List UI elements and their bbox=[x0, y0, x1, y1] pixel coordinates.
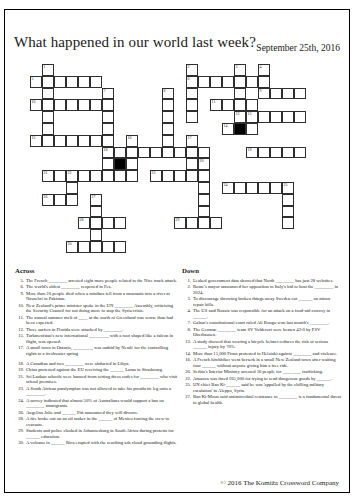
down-clue-1: 1.Leaked government data showed that Nor… bbox=[182, 278, 341, 283]
grid-cell[interactable] bbox=[282, 111, 294, 123]
grid-cell[interactable]: 11 bbox=[210, 99, 222, 111]
grid-cell[interactable]: 7 bbox=[102, 88, 114, 100]
down-clue-8: 8.The German ________ team SV Volderort … bbox=[182, 327, 341, 338]
grid-cell[interactable]: 29 bbox=[174, 217, 186, 229]
grid-cell[interactable]: 8 bbox=[162, 88, 174, 100]
down-heading: Down bbox=[182, 267, 341, 275]
across-clue-19: 19.China protested against the EU receiv… bbox=[15, 367, 179, 372]
grid-cell[interactable] bbox=[78, 99, 90, 111]
clue-text: Sri Lankan schools were banned from sett… bbox=[26, 374, 179, 385]
grid-cell[interactable] bbox=[222, 99, 234, 111]
grid-cell[interactable] bbox=[54, 76, 66, 88]
clue-text: Three surfers in Florida were attacked b… bbox=[26, 327, 179, 332]
clue-text: Students and police clashed in Johannesb… bbox=[26, 428, 179, 439]
grid-cell[interactable]: 24 bbox=[222, 182, 234, 194]
clue-number: 9. bbox=[15, 291, 24, 302]
grid-cell[interactable] bbox=[234, 99, 246, 111]
clue-number: 15. bbox=[15, 333, 24, 344]
clue-text: Angelina Jolie and ______ Pitt announced… bbox=[26, 410, 179, 415]
grid-cell[interactable] bbox=[90, 217, 102, 229]
across-clue-12: 12.Three surfers in Florida were attacke… bbox=[15, 327, 179, 332]
cell-number: 1 bbox=[44, 65, 46, 69]
grid-cell[interactable] bbox=[246, 182, 258, 194]
grid-cell[interactable] bbox=[126, 158, 138, 170]
clue-text: Rome's mayor announced her opposition to… bbox=[193, 284, 341, 295]
grid-cell[interactable] bbox=[126, 147, 138, 159]
grid-cell[interactable] bbox=[78, 241, 90, 253]
clue-number: 20. bbox=[182, 369, 191, 374]
down-clue-25: 25.UN chief Ban Ki-______ said he was 'a… bbox=[182, 382, 341, 393]
cell-number: 16 bbox=[128, 136, 132, 140]
grid-cell[interactable] bbox=[246, 99, 258, 111]
cell-number: 25 bbox=[284, 183, 288, 187]
down-clue-14: 14.More than 15,000 Finns protested in H… bbox=[182, 351, 341, 356]
grid-cell[interactable]: 28 bbox=[78, 217, 90, 229]
down-clue-13: 13.A study showed that wearing a bicycle… bbox=[182, 339, 341, 350]
grid-cell[interactable]: 6 bbox=[186, 76, 198, 88]
down-clue-list: 1.Leaked government data showed that Nor… bbox=[182, 278, 341, 405]
grid-cell[interactable] bbox=[162, 170, 174, 182]
grid-cell[interactable] bbox=[102, 170, 114, 182]
grid-cell[interactable]: 20 bbox=[198, 158, 210, 170]
grid-cell[interactable] bbox=[114, 241, 126, 253]
grid-cell[interactable] bbox=[186, 111, 198, 123]
grid-cell[interactable] bbox=[66, 182, 78, 194]
grid-cell[interactable] bbox=[234, 88, 246, 100]
puzzle-date: September 25th, 2016 bbox=[256, 43, 340, 53]
grid-cell[interactable]: 13 bbox=[246, 111, 258, 123]
grid-cell[interactable]: 14 bbox=[222, 123, 234, 135]
grid-cell[interactable]: 22 bbox=[66, 170, 78, 182]
clue-text: A survey indicated that almost 50% of Au… bbox=[26, 398, 179, 409]
crossword-grid: 1234567891011121314151617181920212223242… bbox=[30, 64, 306, 253]
grid-cell[interactable] bbox=[66, 135, 78, 147]
grid-cell[interactable]: 16 bbox=[126, 135, 138, 147]
grid-cell[interactable] bbox=[114, 147, 126, 159]
grid-cell[interactable] bbox=[90, 229, 102, 241]
grid-cell[interactable] bbox=[150, 147, 162, 159]
grid-cell[interactable] bbox=[198, 182, 210, 194]
clue-number: 17. bbox=[15, 345, 24, 356]
clue-text: A study showed that wearing a bicycle he… bbox=[193, 339, 341, 350]
grid-cell[interactable] bbox=[174, 147, 186, 159]
clue-text: Ban Ki-Moon said antimicrobial resistanc… bbox=[193, 394, 341, 405]
down-clues-section: Down 1.Leaked government data showed tha… bbox=[182, 267, 341, 406]
cell-number: 7 bbox=[104, 89, 106, 93]
clue-text: China protested against the EU receiving… bbox=[26, 367, 179, 372]
across-clue-28: 28.A fire broke out on an oil tanker in … bbox=[15, 416, 179, 427]
clue-number: 23. bbox=[15, 386, 24, 397]
cell-number: 14 bbox=[224, 124, 228, 128]
grid-cell[interactable] bbox=[42, 76, 54, 88]
grid-cell[interactable] bbox=[270, 182, 282, 194]
clue-text: The world's oldest ________ reopened in … bbox=[26, 284, 179, 289]
clue-number: 25. bbox=[182, 382, 191, 393]
cell-number: 13 bbox=[248, 112, 252, 116]
grid-cell[interactable] bbox=[78, 76, 90, 88]
grid-cell[interactable] bbox=[54, 135, 66, 147]
grid-cell[interactable]: 4 bbox=[258, 64, 270, 76]
grid-cell[interactable] bbox=[102, 123, 114, 135]
grid-cell[interactable] bbox=[234, 182, 246, 194]
down-clue-20: 20.Serbia's Interior Ministry arrested 1… bbox=[182, 369, 341, 374]
grid-cell[interactable] bbox=[258, 147, 270, 159]
grid-cell[interactable] bbox=[102, 217, 114, 229]
clue-number: 14. bbox=[182, 351, 191, 356]
cell-number: 30 bbox=[68, 242, 72, 246]
clue-number: 2. bbox=[182, 284, 191, 295]
clue-text: The US said Russia was responsible for a… bbox=[193, 308, 341, 319]
clue-text: Turkmenistan's new international _______… bbox=[26, 333, 179, 344]
cell-number: 27 bbox=[92, 195, 96, 199]
clue-text: More than 20 people died when a minibus … bbox=[26, 291, 179, 302]
clue-number: 12. bbox=[15, 327, 24, 332]
grid-cell[interactable] bbox=[42, 88, 54, 100]
grid-cell[interactable] bbox=[186, 99, 198, 111]
grid-cell[interactable] bbox=[186, 147, 198, 159]
down-clue-7: 7.Gabon's constitutional court ruled Ali… bbox=[182, 320, 341, 325]
grid-cell[interactable] bbox=[90, 170, 102, 182]
clue-number: 4. bbox=[182, 308, 191, 319]
cell-number: 6 bbox=[188, 77, 190, 81]
clue-text: More than 15,000 Finns protested in Hels… bbox=[193, 351, 341, 356]
across-clue-5: 5.The French ________ arrested eight mor… bbox=[15, 278, 179, 283]
grid-cell[interactable] bbox=[66, 194, 78, 206]
clue-text: New Zealand's prime minister spoke in th… bbox=[26, 303, 179, 314]
grid-cell[interactable] bbox=[102, 241, 114, 253]
grid-cell[interactable]: 3 bbox=[234, 64, 246, 76]
grid-cell[interactable] bbox=[270, 147, 282, 159]
grid-cell[interactable] bbox=[90, 206, 102, 218]
grid-cell[interactable] bbox=[294, 111, 306, 123]
grid-cell[interactable] bbox=[270, 111, 282, 123]
grid-cell[interactable] bbox=[42, 135, 54, 147]
down-clue-27: 27.Ban Ki-Moon said antimicrobial resist… bbox=[182, 394, 341, 405]
grid-cell[interactable]: 1 bbox=[42, 64, 54, 76]
grid-cell[interactable] bbox=[282, 206, 294, 218]
grid-cell[interactable] bbox=[102, 158, 114, 170]
clue-number: 13. bbox=[182, 339, 191, 350]
copyright-notice: © 2016 The Komiža Crossword Company bbox=[220, 479, 339, 487]
cell-number: 29 bbox=[176, 218, 180, 222]
clue-number: 21. bbox=[15, 374, 24, 385]
grid-cell[interactable] bbox=[42, 99, 54, 111]
cell-number: 23 bbox=[152, 171, 156, 175]
across-clue-30: 30.A volcano in ______ Rica erupted with… bbox=[15, 440, 179, 445]
cell-number: 12 bbox=[236, 112, 240, 116]
cell-number: 5 bbox=[32, 77, 34, 81]
across-clue-15: 15.Turkmenistan's new international ____… bbox=[15, 333, 179, 344]
grid-cell[interactable] bbox=[102, 111, 114, 123]
grid-cell[interactable] bbox=[162, 135, 174, 147]
across-clue-list: 5.The French ________ arrested eight mor… bbox=[15, 278, 179, 446]
clue-number: 30. bbox=[15, 440, 24, 445]
clue-text: A small town in Ontario, ________, was o… bbox=[26, 345, 179, 356]
grid-cell[interactable] bbox=[162, 111, 174, 123]
grid-cell[interactable]: 23 bbox=[150, 170, 162, 182]
cell-number: 11 bbox=[212, 100, 216, 104]
cell-number: 2 bbox=[188, 65, 190, 69]
clue-number: 5. bbox=[15, 278, 24, 283]
grid-cell[interactable] bbox=[54, 194, 66, 206]
cell-number: 4 bbox=[260, 65, 262, 69]
clue-text: Leaked government data showed that North… bbox=[193, 278, 341, 283]
clue-number: 22. bbox=[182, 376, 191, 381]
grid-cell[interactable] bbox=[90, 135, 102, 147]
across-clue-21: 21.Sri Lankan schools were banned from s… bbox=[15, 374, 179, 385]
grid-cell[interactable]: 19 bbox=[246, 147, 258, 159]
grid-cell[interactable] bbox=[102, 135, 114, 147]
cell-number: 15 bbox=[32, 136, 36, 140]
across-clue-17: 17.A small town in Ontario, ________, wa… bbox=[15, 345, 179, 356]
grid-cell[interactable]: 17 bbox=[186, 135, 198, 147]
across-clue-24: 24.A survey indicated that almost 50% of… bbox=[15, 398, 179, 409]
down-clue-3: 3.To discourage throwing broken things a… bbox=[182, 296, 341, 307]
cell-number: 3 bbox=[236, 65, 238, 69]
grid-cell[interactable]: 30 bbox=[66, 241, 78, 253]
down-clue-2: 2.Rome's mayor announced her opposition … bbox=[182, 284, 341, 295]
clue-number: 18. bbox=[15, 361, 24, 366]
cell-number: 19 bbox=[248, 148, 252, 152]
grid-cell[interactable] bbox=[282, 194, 294, 206]
grid-cell[interactable] bbox=[198, 147, 210, 159]
clue-text: The annual summer melt of ____ at the no… bbox=[26, 315, 179, 326]
grid-cell[interactable] bbox=[258, 182, 270, 194]
grid-cell[interactable] bbox=[90, 241, 102, 253]
grid-cell[interactable] bbox=[294, 88, 306, 100]
clue-number: 26. bbox=[15, 410, 24, 415]
grid-cell[interactable] bbox=[210, 217, 222, 229]
grid-cell[interactable] bbox=[42, 123, 54, 135]
clue-text: Gabon's constitutional court ruled Ali B… bbox=[193, 320, 341, 325]
grid-cell[interactable]: 26 bbox=[42, 194, 54, 206]
across-clues-section: Across 5.The French ________ arrested ei… bbox=[15, 267, 179, 447]
grid-cell[interactable] bbox=[126, 170, 138, 182]
clue-number: 16. bbox=[182, 357, 191, 368]
grid-cell[interactable] bbox=[54, 170, 66, 182]
across-clue-26: 26.Angelina Jolie and ______ Pitt announ… bbox=[15, 410, 179, 415]
grid-cell[interactable] bbox=[54, 99, 66, 111]
grid-cell[interactable]: 27 bbox=[90, 194, 102, 206]
cell-number: 24 bbox=[224, 183, 228, 187]
grid-cell[interactable] bbox=[174, 170, 186, 182]
across-clue-11: 11.The annual summer melt of ____ at the… bbox=[15, 315, 179, 326]
clue-text: To discourage throwing broken things awa… bbox=[193, 296, 341, 307]
clue-number: 6. bbox=[15, 284, 24, 289]
across-heading: Across bbox=[15, 267, 179, 275]
cell-number: 28 bbox=[80, 218, 84, 222]
grid-cell[interactable] bbox=[234, 76, 246, 88]
grid-cell[interactable] bbox=[186, 170, 198, 182]
grid-cell[interactable] bbox=[162, 99, 174, 111]
grid-cell[interactable] bbox=[222, 76, 234, 88]
grid-cell[interactable] bbox=[210, 76, 222, 88]
grid-cell[interactable] bbox=[270, 88, 282, 100]
grid-cell[interactable] bbox=[78, 170, 90, 182]
clue-text: A volcano in ______ Rica erupted with th… bbox=[26, 440, 179, 445]
grid-cell[interactable] bbox=[258, 111, 270, 123]
clue-text: A fire broke out on an oil tanker in the… bbox=[26, 416, 179, 427]
down-clue-16: 16.A French hitchhiker went berserk in a… bbox=[182, 357, 341, 368]
across-clue-23: 23.A South African paralympian was not a… bbox=[15, 386, 179, 397]
across-clue-9: 9.More than 20 people died when a minibu… bbox=[15, 291, 179, 302]
grid-cell[interactable]: 18 bbox=[102, 147, 114, 159]
grid-cell[interactable]: 12 bbox=[234, 111, 246, 123]
grid-cell[interactable]: 15 bbox=[30, 135, 42, 147]
grid-cell[interactable] bbox=[198, 194, 210, 206]
clue-number: 3. bbox=[182, 296, 191, 307]
grid-cell[interactable] bbox=[114, 170, 126, 182]
clue-text: The German ________ team SV Volderort we… bbox=[193, 327, 341, 338]
grid-cell[interactable] bbox=[282, 88, 294, 100]
grid-cell[interactable] bbox=[66, 76, 78, 88]
grid-cell[interactable] bbox=[258, 76, 270, 88]
grid-cell[interactable] bbox=[78, 135, 90, 147]
clue-text: Amazon was fined £65,000 for trying to s… bbox=[193, 376, 341, 381]
clue-number: 28. bbox=[15, 416, 24, 427]
grid-cell[interactable] bbox=[186, 88, 198, 100]
grid-cell[interactable] bbox=[246, 123, 258, 135]
grid-cell[interactable]: 2 bbox=[186, 64, 198, 76]
grid-cell[interactable] bbox=[102, 99, 114, 111]
grid-cell[interactable] bbox=[198, 217, 210, 229]
clue-number: 19. bbox=[15, 367, 24, 372]
clue-number: 7. bbox=[182, 320, 191, 325]
black-cell bbox=[234, 123, 246, 135]
grid-cell[interactable] bbox=[186, 158, 198, 170]
grid-cell[interactable] bbox=[66, 99, 78, 111]
grid-cell[interactable]: 21 bbox=[42, 170, 54, 182]
grid-cell[interactable] bbox=[162, 123, 174, 135]
clue-text: UN chief Ban Ki-______ said he was 'appa… bbox=[193, 382, 341, 393]
grid-cell[interactable] bbox=[246, 76, 258, 88]
clue-text: A Canadian and two ________ were abducte… bbox=[26, 361, 179, 366]
cell-number: 21 bbox=[44, 171, 48, 175]
grid-cell[interactable] bbox=[138, 147, 150, 159]
down-clue-22: 22.Amazon was fined £65,000 for trying t… bbox=[182, 376, 341, 381]
cell-number: 26 bbox=[44, 195, 48, 199]
across-clue-6: 6.The world's oldest ________ reopened i… bbox=[15, 284, 179, 289]
cell-number: 17 bbox=[188, 136, 192, 140]
grid-cell[interactable] bbox=[294, 147, 306, 159]
grid-cell[interactable] bbox=[198, 170, 210, 182]
grid-cell[interactable] bbox=[186, 217, 198, 229]
grid-cell[interactable] bbox=[162, 147, 174, 159]
cell-number: 20 bbox=[200, 159, 204, 163]
grid-cell[interactable]: 9 bbox=[258, 88, 270, 100]
across-clue-29: 29.Students and police clashed in Johann… bbox=[15, 428, 179, 439]
cell-number: 8 bbox=[164, 89, 166, 93]
grid-cell[interactable] bbox=[282, 147, 294, 159]
clue-text: The French ________ arrested eight more … bbox=[26, 278, 179, 283]
grid-cell[interactable] bbox=[90, 76, 102, 88]
across-clue-10: 10.New Zealand's prime minister spoke in… bbox=[15, 303, 179, 314]
clue-number: 24. bbox=[15, 398, 24, 409]
grid-cell[interactable]: 10 bbox=[30, 99, 42, 111]
clue-number: 10. bbox=[15, 303, 24, 314]
cell-number: 18 bbox=[104, 148, 108, 152]
grid-cell[interactable] bbox=[42, 111, 54, 123]
clue-number: 1. bbox=[182, 278, 191, 283]
grid-cell[interactable] bbox=[198, 76, 210, 88]
grid-cell[interactable] bbox=[90, 99, 102, 111]
grid-cell[interactable] bbox=[114, 217, 126, 229]
grid-cell[interactable]: 5 bbox=[30, 76, 42, 88]
grid-cell[interactable] bbox=[282, 217, 294, 229]
black-cell bbox=[114, 158, 126, 170]
grid-cell[interactable] bbox=[198, 206, 210, 218]
clue-number: 27. bbox=[182, 394, 191, 405]
cell-number: 10 bbox=[32, 100, 36, 104]
clue-text: A French hitchhiker went berserk in a sm… bbox=[193, 357, 341, 368]
crossword-page: What happened in our world last week? Se… bbox=[0, 0, 354, 500]
down-clue-4: 4.The US said Russia was responsible for… bbox=[182, 308, 341, 319]
cell-number: 22 bbox=[68, 171, 72, 175]
grid-cell[interactable]: 25 bbox=[282, 182, 294, 194]
clue-text: A South African paralympian was not allo… bbox=[26, 386, 179, 397]
cell-number: 9 bbox=[260, 89, 262, 93]
clue-number: 8. bbox=[182, 327, 191, 338]
clue-number: 29. bbox=[15, 428, 24, 439]
clue-text: Serbia's Interior Ministry arrested 16 p… bbox=[193, 369, 341, 374]
clue-number: 11. bbox=[15, 315, 24, 326]
across-clue-18: 18.A Canadian and two ________ were abdu… bbox=[15, 361, 179, 366]
